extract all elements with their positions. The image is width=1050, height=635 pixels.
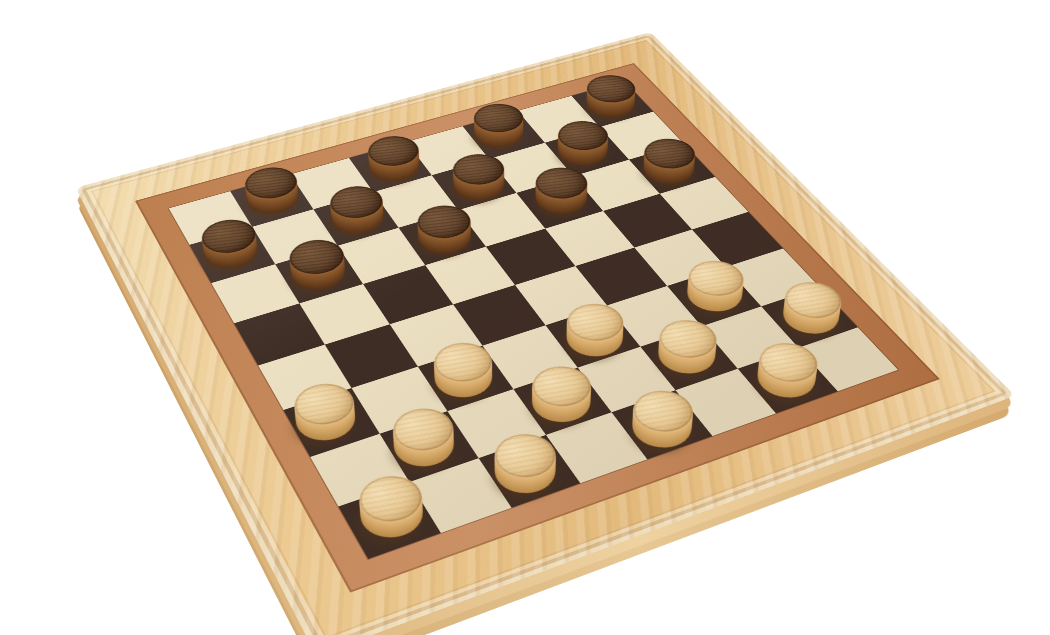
light-checker-r6c5[interactable] xyxy=(547,308,642,370)
board-scene xyxy=(165,0,865,635)
checkers-board xyxy=(76,32,1016,635)
light-checker-r6c3[interactable] xyxy=(416,346,512,412)
